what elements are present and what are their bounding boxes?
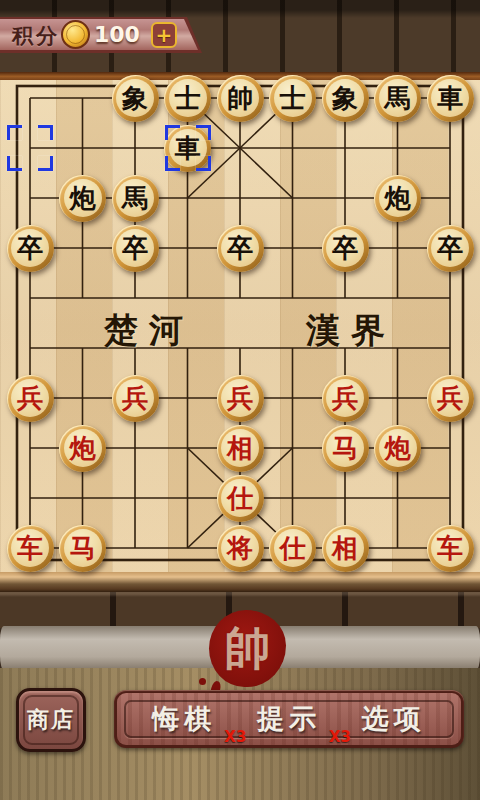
river-label-left: 楚河 [104,308,194,354]
river-label-right: 漢界 [306,308,396,354]
piece-glyph: 车 [431,529,469,567]
action-bar: 悔棋 X3 提示 X3 选项 [114,690,464,748]
red-horse[interactable]: 马 [322,425,369,472]
action-bar-groove: 悔棋 X3 提示 X3 选项 [124,700,454,738]
board-bottom-ledge [0,572,480,592]
plus-icon: + [156,25,173,45]
score-banner-inner: 积分 100 + [0,19,198,50]
piece-glyph: 兵 [221,379,259,417]
piece-glyph: 仕 [221,479,259,517]
piece-glyph: 車 [431,79,469,117]
red-soldier[interactable]: 兵 [112,375,159,422]
red-soldier[interactable]: 兵 [217,375,264,422]
red-soldier[interactable]: 兵 [427,375,474,422]
black-cannon[interactable]: 炮 [59,175,106,222]
shop-button[interactable]: 商店 [16,688,86,752]
piece-glyph: 馬 [379,79,417,117]
black-elephant[interactable]: 象 [322,75,369,122]
black-advisor[interactable]: 士 [164,75,211,122]
red-advisor[interactable]: 仕 [217,475,264,522]
black-soldier[interactable]: 卒 [322,225,369,272]
black-horse[interactable]: 馬 [374,75,421,122]
piece-glyph: 炮 [379,429,417,467]
piece-glyph: 馬 [116,179,154,217]
piece-glyph: 炮 [64,429,102,467]
seal-character: 帥 [225,618,271,680]
red-soldier[interactable]: 兵 [7,375,54,422]
score-label: 积分 [12,22,60,50]
piece-glyph: 士 [169,79,207,117]
red-general[interactable]: 将 [217,525,264,572]
piece-glyph: 卒 [116,229,154,267]
hint-button[interactable]: 提示 X3 [253,701,325,737]
piece-glyph: 兵 [431,379,469,417]
black-general[interactable]: 帥 [217,75,264,122]
black-chariot[interactable]: 車 [164,125,211,172]
black-soldier[interactable]: 卒 [217,225,264,272]
add-coins-button[interactable]: + [151,22,177,48]
piece-glyph: 象 [326,79,364,117]
piece-glyph: 炮 [64,179,102,217]
red-chariot[interactable]: 车 [7,525,54,572]
coin-count: 100 [94,22,140,47]
action-bar-inner: 悔棋 X3 提示 X3 选项 [117,693,461,745]
black-horse[interactable]: 馬 [112,175,159,222]
piece-glyph: 炮 [379,179,417,217]
piece-glyph: 卒 [431,229,469,267]
undo-button-label: 悔棋 [152,703,216,734]
undo-button[interactable]: 悔棋 X3 [148,701,220,737]
piece-glyph: 卒 [326,229,364,267]
red-soldier[interactable]: 兵 [322,375,369,422]
black-elephant[interactable]: 象 [112,75,159,122]
red-horse[interactable]: 马 [59,525,106,572]
piece-glyph: 象 [116,79,154,117]
piece-glyph: 車 [169,129,207,167]
options-button[interactable]: 选项 [358,701,430,737]
score-banner: 积分 100 + [0,17,202,53]
red-elephant[interactable]: 相 [217,425,264,472]
black-cannon[interactable]: 炮 [374,175,421,222]
red-elephant[interactable]: 相 [322,525,369,572]
piece-glyph: 相 [326,529,364,567]
piece-glyph: 兵 [326,379,364,417]
black-soldier[interactable]: 卒 [7,225,54,272]
black-soldier[interactable]: 卒 [112,225,159,272]
piece-glyph: 卒 [11,229,49,267]
piece-glyph: 仕 [274,529,312,567]
options-button-label: 选项 [362,703,426,734]
piece-glyph: 相 [221,429,259,467]
red-chariot[interactable]: 车 [427,525,474,572]
piece-glyph: 马 [326,429,364,467]
piece-glyph: 兵 [116,379,154,417]
hint-count-badge: X3 [329,728,351,746]
piece-glyph: 车 [11,529,49,567]
black-soldier[interactable]: 卒 [427,225,474,272]
hint-button-label: 提示 [257,703,321,734]
piece-glyph: 马 [64,529,102,567]
piece-glyph: 卒 [221,229,259,267]
black-advisor[interactable]: 士 [269,75,316,122]
piece-glyph: 将 [221,529,259,567]
red-cannon[interactable]: 炮 [59,425,106,472]
black-chariot[interactable]: 車 [427,75,474,122]
game-screen: 积分 100 + [0,0,480,800]
red-cannon[interactable]: 炮 [374,425,421,472]
shop-button-label: 商店 [27,705,75,735]
red-advisor[interactable]: 仕 [269,525,316,572]
piece-glyph: 帥 [221,79,259,117]
piece-glyph: 士 [274,79,312,117]
piece-glyph: 兵 [11,379,49,417]
undo-count-badge: X3 [224,728,246,746]
coin-icon [61,20,90,49]
